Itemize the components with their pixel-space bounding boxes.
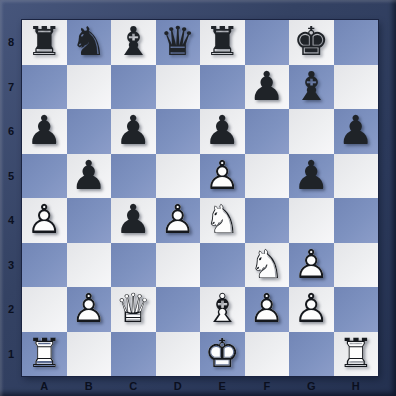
square-f7[interactable]: ♟ <box>245 65 290 110</box>
square-h5[interactable] <box>334 154 379 199</box>
square-a6[interactable]: ♟ <box>22 109 67 154</box>
piece-glyph: ♜ <box>204 21 240 61</box>
piece-black-bishop[interactable]: ♝ <box>111 20 156 65</box>
square-a5[interactable] <box>22 154 67 199</box>
square-h1[interactable]: ♜♖ <box>334 332 379 377</box>
square-c3[interactable] <box>111 243 156 288</box>
piece-black-pawn[interactable]: ♟ <box>111 109 156 154</box>
square-g1[interactable] <box>289 332 334 377</box>
piece-black-king[interactable]: ♚ <box>289 20 334 65</box>
piece-outline-glyph: ♙ <box>26 199 62 239</box>
piece-black-pawn[interactable]: ♟ <box>245 65 290 110</box>
piece-black-knight[interactable]: ♞ <box>67 20 112 65</box>
piece-white-pawn[interactable]: ♟♙ <box>156 198 201 243</box>
square-g6[interactable] <box>289 109 334 154</box>
square-d3[interactable] <box>156 243 201 288</box>
square-a3[interactable] <box>22 243 67 288</box>
square-b8[interactable]: ♞ <box>67 20 112 65</box>
square-a2[interactable] <box>22 287 67 332</box>
square-h7[interactable] <box>334 65 379 110</box>
piece-black-pawn[interactable]: ♟ <box>22 109 67 154</box>
square-g7[interactable]: ♝ <box>289 65 334 110</box>
square-d4[interactable]: ♟♙ <box>156 198 201 243</box>
piece-black-rook[interactable]: ♜ <box>200 20 245 65</box>
rank-label-5: 5 <box>0 154 22 199</box>
square-a4[interactable]: ♟♙ <box>22 198 67 243</box>
piece-white-pawn[interactable]: ♟♙ <box>245 287 290 332</box>
square-a8[interactable]: ♜ <box>22 20 67 65</box>
square-c2[interactable]: ♛♕ <box>111 287 156 332</box>
piece-glyph: ♟ <box>338 110 374 150</box>
square-f2[interactable]: ♟♙ <box>245 287 290 332</box>
square-h6[interactable]: ♟ <box>334 109 379 154</box>
square-f1[interactable] <box>245 332 290 377</box>
piece-glyph: ♚ <box>293 21 329 61</box>
piece-glyph: ♞ <box>249 244 285 284</box>
square-e1[interactable]: ♚♔ <box>200 332 245 377</box>
piece-glyph: ♛ <box>115 288 151 328</box>
piece-white-pawn[interactable]: ♟♙ <box>67 287 112 332</box>
rank-label-8: 8 <box>0 20 22 65</box>
piece-glyph: ♟ <box>26 110 62 150</box>
square-g3[interactable]: ♟♙ <box>289 243 334 288</box>
rank-labels: 87654321 <box>0 20 22 376</box>
piece-glyph: ♜ <box>26 21 62 61</box>
square-e8[interactable]: ♜ <box>200 20 245 65</box>
piece-glyph: ♜ <box>338 333 374 373</box>
piece-white-pawn[interactable]: ♟♙ <box>289 243 334 288</box>
piece-white-knight[interactable]: ♞♘ <box>200 198 245 243</box>
rank-label-6: 6 <box>0 109 22 154</box>
piece-glyph: ♟ <box>204 110 240 150</box>
square-e7[interactable] <box>200 65 245 110</box>
square-d2[interactable] <box>156 287 201 332</box>
piece-outline-glyph: ♙ <box>71 288 107 328</box>
square-b6[interactable] <box>67 109 112 154</box>
piece-white-rook[interactable]: ♜♖ <box>334 332 379 377</box>
piece-white-knight[interactable]: ♞♘ <box>245 243 290 288</box>
piece-black-pawn[interactable]: ♟ <box>200 109 245 154</box>
file-label-b: B <box>67 376 112 396</box>
rank-label-3: 3 <box>0 243 22 288</box>
piece-white-pawn[interactable]: ♟♙ <box>289 287 334 332</box>
file-label-d: D <box>156 376 201 396</box>
piece-glyph: ♟ <box>115 110 151 150</box>
piece-glyph: ♟ <box>293 288 329 328</box>
piece-glyph: ♟ <box>26 199 62 239</box>
piece-outline-glyph: ♙ <box>204 155 240 195</box>
piece-white-pawn[interactable]: ♟♙ <box>22 198 67 243</box>
rank-label-7: 7 <box>0 65 22 110</box>
square-c8[interactable]: ♝ <box>111 20 156 65</box>
file-label-a: A <box>22 376 67 396</box>
square-e4[interactable]: ♞♘ <box>200 198 245 243</box>
piece-glyph: ♞ <box>204 199 240 239</box>
chess-board-frame: 87654321 ABCDEFGH ♜♞♝♛♜♚♟♝♟♟♟♟♟♟♙♟♟♙♟♟♙♞… <box>0 0 396 396</box>
square-e2[interactable]: ♝♗ <box>200 287 245 332</box>
piece-glyph: ♟ <box>204 155 240 195</box>
square-b5[interactable]: ♟ <box>67 154 112 199</box>
piece-outline-glyph: ♖ <box>338 333 374 373</box>
chess-board: ♜♞♝♛♜♚♟♝♟♟♟♟♟♟♙♟♟♙♟♟♙♞♘♞♘♟♙♟♙♛♕♝♗♟♙♟♙♜♖♚… <box>22 20 378 376</box>
square-f3[interactable]: ♞♘ <box>245 243 290 288</box>
square-c5[interactable] <box>111 154 156 199</box>
piece-black-pawn[interactable]: ♟ <box>111 198 156 243</box>
square-h8[interactable] <box>334 20 379 65</box>
square-e3[interactable] <box>200 243 245 288</box>
square-h4[interactable] <box>334 198 379 243</box>
file-label-g: G <box>289 376 334 396</box>
piece-glyph: ♟ <box>160 199 196 239</box>
piece-glyph: ♟ <box>249 66 285 106</box>
piece-glyph: ♟ <box>249 288 285 328</box>
file-label-e: E <box>200 376 245 396</box>
piece-black-pawn[interactable]: ♟ <box>334 109 379 154</box>
square-a7[interactable] <box>22 65 67 110</box>
square-f6[interactable] <box>245 109 290 154</box>
piece-glyph: ♚ <box>204 333 240 373</box>
piece-glyph: ♟ <box>71 288 107 328</box>
square-c1[interactable] <box>111 332 156 377</box>
piece-outline-glyph: ♙ <box>293 288 329 328</box>
square-d8[interactable]: ♛ <box>156 20 201 65</box>
square-g2[interactable]: ♟♙ <box>289 287 334 332</box>
piece-outline-glyph: ♙ <box>249 288 285 328</box>
piece-outline-glyph: ♘ <box>204 199 240 239</box>
piece-glyph: ♟ <box>293 244 329 284</box>
square-h2[interactable] <box>334 287 379 332</box>
file-labels: ABCDEFGH <box>22 376 378 396</box>
piece-black-bishop[interactable]: ♝ <box>289 65 334 110</box>
square-d1[interactable] <box>156 332 201 377</box>
piece-black-rook[interactable]: ♜ <box>22 20 67 65</box>
piece-white-queen[interactable]: ♛♕ <box>111 287 156 332</box>
rank-label-2: 2 <box>0 287 22 332</box>
piece-glyph: ♝ <box>293 66 329 106</box>
square-c4[interactable]: ♟ <box>111 198 156 243</box>
piece-outline-glyph: ♕ <box>115 288 151 328</box>
square-e5[interactable]: ♟♙ <box>200 154 245 199</box>
piece-glyph: ♟ <box>115 199 151 239</box>
piece-outline-glyph: ♙ <box>293 244 329 284</box>
square-d6[interactable] <box>156 109 201 154</box>
piece-white-rook[interactable]: ♜♖ <box>22 332 67 377</box>
square-b2[interactable]: ♟♙ <box>67 287 112 332</box>
square-g8[interactable]: ♚ <box>289 20 334 65</box>
square-c6[interactable]: ♟ <box>111 109 156 154</box>
piece-white-pawn[interactable]: ♟♙ <box>200 154 245 199</box>
square-b1[interactable] <box>67 332 112 377</box>
piece-glyph: ♛ <box>160 21 196 61</box>
piece-glyph: ♟ <box>71 155 107 195</box>
file-label-h: H <box>334 376 379 396</box>
square-c7[interactable] <box>111 65 156 110</box>
piece-glyph: ♝ <box>204 288 240 328</box>
file-label-f: F <box>245 376 290 396</box>
rank-label-1: 1 <box>0 332 22 377</box>
piece-outline-glyph: ♘ <box>249 244 285 284</box>
piece-outline-glyph: ♔ <box>204 333 240 373</box>
piece-glyph: ♝ <box>115 21 151 61</box>
square-b3[interactable] <box>67 243 112 288</box>
piece-outline-glyph: ♙ <box>160 199 196 239</box>
square-g5[interactable]: ♟ <box>289 154 334 199</box>
square-e6[interactable]: ♟ <box>200 109 245 154</box>
square-b4[interactable] <box>67 198 112 243</box>
piece-white-bishop[interactable]: ♝♗ <box>200 287 245 332</box>
square-d5[interactable] <box>156 154 201 199</box>
piece-black-pawn[interactable]: ♟ <box>289 154 334 199</box>
piece-glyph: ♜ <box>26 333 62 373</box>
piece-white-king[interactable]: ♚♔ <box>200 332 245 377</box>
piece-outline-glyph: ♗ <box>204 288 240 328</box>
piece-glyph: ♞ <box>71 21 107 61</box>
piece-black-pawn[interactable]: ♟ <box>67 154 112 199</box>
square-f4[interactable] <box>245 198 290 243</box>
square-h3[interactable] <box>334 243 379 288</box>
square-d7[interactable] <box>156 65 201 110</box>
square-f8[interactable] <box>245 20 290 65</box>
file-label-c: C <box>111 376 156 396</box>
square-a1[interactable]: ♜♖ <box>22 332 67 377</box>
rank-label-4: 4 <box>0 198 22 243</box>
piece-glyph: ♟ <box>293 155 329 195</box>
square-g4[interactable] <box>289 198 334 243</box>
square-b7[interactable] <box>67 65 112 110</box>
piece-black-queen[interactable]: ♛ <box>156 20 201 65</box>
square-f5[interactable] <box>245 154 290 199</box>
piece-outline-glyph: ♖ <box>26 333 62 373</box>
